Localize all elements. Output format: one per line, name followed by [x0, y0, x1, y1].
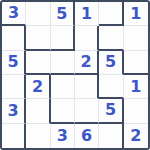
cell-r5c2-region-D[interactable]	[26, 99, 50, 123]
suguru-board: 35115252135362	[0, 0, 150, 150]
cell-r4c1-region-B[interactable]	[2, 75, 26, 99]
given-digit: 5	[56, 6, 67, 22]
given-digit: 3	[8, 5, 19, 21]
cell-r5c5-region-M[interactable]: 5	[99, 99, 123, 123]
cell-r3c3-region-T[interactable]	[51, 51, 75, 75]
cell-r3c4-region-T[interactable]: 2	[75, 51, 99, 75]
given-digit: 1	[130, 6, 141, 22]
given-digit: 2	[32, 79, 43, 95]
cell-r3c1-region-B[interactable]: 5	[2, 51, 26, 75]
cell-r2c1-region-B[interactable]	[2, 26, 26, 50]
cell-r4c6-region-E[interactable]: 1	[124, 75, 148, 99]
cell-r1c6-region-C[interactable]: 1	[124, 2, 148, 26]
cell-r2c5-region-C[interactable]	[99, 26, 123, 50]
cell-r5c3-region-M[interactable]	[51, 99, 75, 123]
cell-r2c6-region-C[interactable]	[124, 26, 148, 50]
given-digit: 2	[130, 128, 141, 144]
cell-r5c4-region-M[interactable]	[75, 99, 99, 123]
cell-r2c4-region-T[interactable]	[75, 26, 99, 50]
cell-r6c2-region-D[interactable]	[26, 124, 50, 148]
cell-r3c2-region-T[interactable]	[26, 51, 50, 75]
cell-r5c1-region-B[interactable]: 3	[2, 99, 26, 123]
cell-r1c3-region-A[interactable]: 5	[51, 2, 75, 26]
cell-r1c1-region-A[interactable]: 3	[2, 2, 26, 26]
given-digit: 5	[105, 54, 116, 70]
given-digit: 5	[8, 54, 19, 70]
cell-r2c3-region-A[interactable]	[51, 26, 75, 50]
given-digit: 2	[81, 54, 92, 70]
cell-r6c3-region-D[interactable]: 3	[51, 124, 75, 148]
cell-r3c6-region-C[interactable]	[124, 51, 148, 75]
puzzle-stage: 35115252135362	[0, 0, 150, 150]
given-digit: 3	[57, 128, 68, 144]
given-digit: 5	[105, 102, 116, 118]
cell-r4c3-region-M[interactable]	[51, 75, 75, 99]
cell-r1c5-region-T[interactable]	[99, 2, 123, 26]
cell-r1c4-region-T[interactable]: 1	[75, 2, 99, 26]
cell-r6c4-region-D[interactable]: 6	[75, 124, 99, 148]
cell-r2c2-region-A[interactable]	[26, 26, 50, 50]
cell-r4c5-region-E[interactable]	[99, 75, 123, 99]
given-digit: 3	[8, 103, 19, 119]
cell-r4c2-region-D[interactable]: 2	[26, 75, 50, 99]
cell-r6c5-region-D[interactable]	[99, 124, 123, 148]
cell-r3c5-region-E[interactable]: 5	[99, 51, 123, 75]
cell-r6c1-region-B[interactable]	[2, 124, 26, 148]
given-digit: 6	[81, 128, 92, 144]
cell-r4c4-region-M[interactable]	[75, 75, 99, 99]
cell-r1c2-region-A[interactable]	[26, 2, 50, 26]
given-digit: 1	[130, 79, 141, 95]
cell-r6c6-region-E[interactable]: 2	[124, 124, 148, 148]
cell-r5c6-region-E[interactable]	[124, 99, 148, 123]
given-digit: 1	[81, 6, 92, 22]
